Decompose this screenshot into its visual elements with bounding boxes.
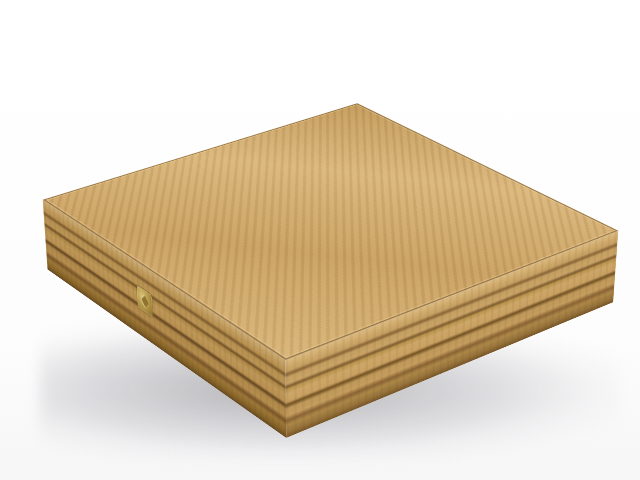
brass-clasp-icon (137, 285, 153, 317)
chess-box (43, 103, 619, 360)
chess-box-photo (0, 0, 640, 480)
